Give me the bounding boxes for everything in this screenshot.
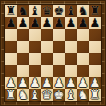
square-a7[interactable]: ♟ xyxy=(5,17,17,29)
square-c5[interactable] xyxy=(29,41,41,53)
black-pawn[interactable]: ♟ xyxy=(30,17,41,29)
square-g4[interactable] xyxy=(77,53,89,65)
square-f7[interactable]: ♟ xyxy=(65,17,77,29)
square-d4[interactable] xyxy=(41,53,53,65)
square-b1[interactable]: ♞ xyxy=(17,89,29,101)
chess-board[interactable]: ♜♞♝♛♚♝♞♜♟♟♟♟♟♟♟♟♟♟♟♟♟♟♟♟♜♞♝♛♚♝♞♜ xyxy=(5,5,101,101)
square-f5[interactable] xyxy=(65,41,77,53)
square-a1[interactable]: ♜ xyxy=(5,89,17,101)
white-queen[interactable]: ♛ xyxy=(42,89,53,101)
black-pawn[interactable]: ♟ xyxy=(54,17,65,29)
white-bishop[interactable]: ♝ xyxy=(66,89,77,101)
square-e6[interactable] xyxy=(53,29,65,41)
square-b5[interactable] xyxy=(17,41,29,53)
square-c6[interactable] xyxy=(29,29,41,41)
square-h5[interactable] xyxy=(89,41,101,53)
square-e1[interactable]: ♚ xyxy=(53,89,65,101)
square-a6[interactable] xyxy=(5,29,17,41)
square-c4[interactable] xyxy=(29,53,41,65)
square-b7[interactable]: ♟ xyxy=(17,17,29,29)
square-c7[interactable]: ♟ xyxy=(29,17,41,29)
square-h4[interactable] xyxy=(89,53,101,65)
square-b4[interactable] xyxy=(17,53,29,65)
square-e7[interactable]: ♟ xyxy=(53,17,65,29)
white-king[interactable]: ♚ xyxy=(54,89,65,101)
square-c1[interactable]: ♝ xyxy=(29,89,41,101)
square-a4[interactable] xyxy=(5,53,17,65)
white-knight[interactable]: ♞ xyxy=(78,89,89,101)
square-e4[interactable] xyxy=(53,53,65,65)
black-pawn[interactable]: ♟ xyxy=(66,17,77,29)
black-pawn[interactable]: ♟ xyxy=(6,17,17,29)
black-pawn[interactable]: ♟ xyxy=(78,17,89,29)
white-bishop[interactable]: ♝ xyxy=(30,89,41,101)
square-d5[interactable] xyxy=(41,41,53,53)
white-rook[interactable]: ♜ xyxy=(6,89,17,101)
square-d7[interactable]: ♟ xyxy=(41,17,53,29)
square-g1[interactable]: ♞ xyxy=(77,89,89,101)
white-knight[interactable]: ♞ xyxy=(18,89,29,101)
square-g6[interactable] xyxy=(77,29,89,41)
square-h6[interactable] xyxy=(89,29,101,41)
square-h1[interactable]: ♜ xyxy=(89,89,101,101)
square-f4[interactable] xyxy=(65,53,77,65)
black-pawn[interactable]: ♟ xyxy=(18,17,29,29)
square-h7[interactable]: ♟ xyxy=(89,17,101,29)
square-b6[interactable] xyxy=(17,29,29,41)
square-a5[interactable] xyxy=(5,41,17,53)
square-e5[interactable] xyxy=(53,41,65,53)
black-pawn[interactable]: ♟ xyxy=(42,17,53,29)
square-f6[interactable] xyxy=(65,29,77,41)
square-g7[interactable]: ♟ xyxy=(77,17,89,29)
black-pawn[interactable]: ♟ xyxy=(90,17,101,29)
chess-app: ♜♞♝♛♚♝♞♜♟♟♟♟♟♟♟♟♟♟♟♟♟♟♟♟♜♞♝♛♚♝♞♜ xyxy=(0,0,106,106)
square-d6[interactable] xyxy=(41,29,53,41)
white-rook[interactable]: ♜ xyxy=(90,89,101,101)
square-g5[interactable] xyxy=(77,41,89,53)
square-f1[interactable]: ♝ xyxy=(65,89,77,101)
square-d1[interactable]: ♛ xyxy=(41,89,53,101)
